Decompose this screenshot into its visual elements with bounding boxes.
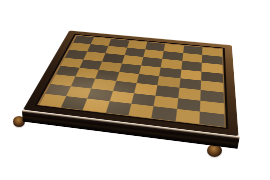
board-square xyxy=(106,101,132,115)
board-square xyxy=(201,80,223,92)
board-square xyxy=(177,98,201,112)
board-scene xyxy=(0,0,270,180)
frame-inner-trim xyxy=(37,35,226,128)
board-square xyxy=(180,69,201,80)
board-square xyxy=(109,91,134,104)
product-photo xyxy=(0,0,270,180)
board-square xyxy=(129,104,154,118)
board-square xyxy=(200,101,224,115)
board-square xyxy=(61,96,88,109)
board-grid xyxy=(39,36,224,127)
board-square xyxy=(159,67,181,78)
board-square xyxy=(113,81,137,93)
board-square xyxy=(200,112,225,127)
board-square xyxy=(175,109,200,124)
board-square xyxy=(200,90,223,103)
board-square xyxy=(83,99,109,113)
board-square xyxy=(158,76,180,88)
board-square xyxy=(178,88,201,101)
board-square xyxy=(156,86,179,99)
board-square xyxy=(139,65,161,76)
board-square xyxy=(71,77,96,89)
board-square xyxy=(179,78,201,90)
board-square xyxy=(92,79,116,91)
board-square xyxy=(50,75,75,87)
board-square xyxy=(75,68,99,79)
board-square xyxy=(55,66,79,77)
chessboard xyxy=(23,30,239,136)
board-square xyxy=(66,86,92,99)
board-square xyxy=(201,71,222,82)
board-square xyxy=(39,94,66,107)
board-square xyxy=(45,84,71,96)
board-square xyxy=(154,96,178,109)
board-square xyxy=(152,106,177,120)
board-square xyxy=(137,74,160,86)
board-square xyxy=(87,88,112,101)
board-square xyxy=(116,72,139,83)
board-square xyxy=(131,93,155,106)
board-square xyxy=(134,83,158,95)
